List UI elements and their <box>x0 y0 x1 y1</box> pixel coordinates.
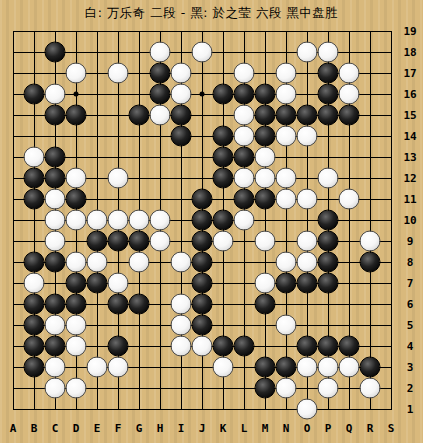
stone-white-F10 <box>108 210 129 231</box>
col-label-C: C <box>52 422 59 435</box>
stone-white-K3 <box>213 357 234 378</box>
stone-black-M3 <box>255 357 276 378</box>
stone-white-Q3 <box>339 357 360 378</box>
col-label-K: K <box>220 422 227 435</box>
stone-white-H18 <box>150 42 171 63</box>
stone-black-K14 <box>213 126 234 147</box>
stone-white-D12 <box>66 168 87 189</box>
row-label-2: 2 <box>407 382 414 395</box>
stone-black-E9 <box>87 231 108 252</box>
stone-white-H9 <box>150 231 171 252</box>
stone-white-B7 <box>24 273 45 294</box>
col-label-G: G <box>136 422 143 435</box>
row-label-13: 13 <box>403 151 416 164</box>
stone-black-B5 <box>24 315 45 336</box>
stone-white-P12 <box>318 168 339 189</box>
stone-black-K10 <box>213 210 234 231</box>
stone-white-R9 <box>360 231 381 252</box>
stone-black-C4 <box>45 336 66 357</box>
stone-black-R8 <box>360 252 381 273</box>
stone-black-M11 <box>255 189 276 210</box>
stone-white-I6 <box>171 294 192 315</box>
stone-white-D17 <box>66 63 87 84</box>
stone-white-I16 <box>171 84 192 105</box>
stone-white-Q16 <box>339 84 360 105</box>
stone-white-E8 <box>87 252 108 273</box>
stone-white-C2 <box>45 378 66 399</box>
col-label-E: E <box>94 422 101 435</box>
stone-white-H15 <box>150 105 171 126</box>
stone-black-D15 <box>66 105 87 126</box>
stone-white-L12 <box>234 168 255 189</box>
stone-white-J4 <box>192 336 213 357</box>
stone-black-B16 <box>24 84 45 105</box>
stone-black-N3 <box>276 357 297 378</box>
stone-black-E7 <box>87 273 108 294</box>
row-label-3: 3 <box>407 361 414 374</box>
stone-black-K12 <box>213 168 234 189</box>
stone-white-L15 <box>234 105 255 126</box>
stone-white-L17 <box>234 63 255 84</box>
stone-white-C3 <box>45 357 66 378</box>
game-info-title: 白: 万乐奇 二段 - 黑: 於之莹 六段 黑中盘胜 <box>0 3 423 23</box>
stone-black-C8 <box>45 252 66 273</box>
stone-black-L4 <box>234 336 255 357</box>
col-label-A: A <box>10 422 17 435</box>
stone-black-M6 <box>255 294 276 315</box>
stone-white-F17 <box>108 63 129 84</box>
stone-white-N17 <box>276 63 297 84</box>
stone-white-O9 <box>297 231 318 252</box>
stone-white-M13 <box>255 147 276 168</box>
stone-white-H10 <box>150 210 171 231</box>
stone-black-O15 <box>297 105 318 126</box>
row-label-17: 17 <box>403 67 416 80</box>
stone-black-P7 <box>318 273 339 294</box>
stone-white-N16 <box>276 84 297 105</box>
row-label-1: 1 <box>407 403 414 416</box>
col-label-B: B <box>31 422 38 435</box>
stone-white-M9 <box>255 231 276 252</box>
stone-black-B3 <box>24 357 45 378</box>
col-label-Q: Q <box>346 422 353 435</box>
stone-black-G9 <box>129 231 150 252</box>
row-label-7: 7 <box>407 277 414 290</box>
stone-white-N11 <box>276 189 297 210</box>
stone-black-B12 <box>24 168 45 189</box>
stone-black-C15 <box>45 105 66 126</box>
stone-black-M14 <box>255 126 276 147</box>
col-label-M: M <box>262 422 269 435</box>
stone-white-R2 <box>360 378 381 399</box>
stone-black-O7 <box>297 273 318 294</box>
stone-white-D10 <box>66 210 87 231</box>
stone-black-H17 <box>150 63 171 84</box>
col-label-H: H <box>157 422 164 435</box>
stone-black-H16 <box>150 84 171 105</box>
stone-white-D4 <box>66 336 87 357</box>
row-label-4: 4 <box>407 340 414 353</box>
stone-white-Q17 <box>339 63 360 84</box>
stone-black-B4 <box>24 336 45 357</box>
stone-black-P4 <box>318 336 339 357</box>
row-label-18: 18 <box>403 46 416 59</box>
stone-black-P9 <box>318 231 339 252</box>
stone-black-N15 <box>276 105 297 126</box>
stone-black-J9 <box>192 231 213 252</box>
stone-white-D8 <box>66 252 87 273</box>
stone-black-C13 <box>45 147 66 168</box>
col-label-O: O <box>304 422 311 435</box>
stone-white-E3 <box>87 357 108 378</box>
stone-white-I4 <box>171 336 192 357</box>
stone-black-L13 <box>234 147 255 168</box>
stone-white-B13 <box>24 147 45 168</box>
stone-white-C16 <box>45 84 66 105</box>
stone-black-Q4 <box>339 336 360 357</box>
stone-white-O18 <box>297 42 318 63</box>
stone-black-R3 <box>360 357 381 378</box>
stone-white-N2 <box>276 378 297 399</box>
stone-white-E10 <box>87 210 108 231</box>
stone-white-F12 <box>108 168 129 189</box>
stone-black-B6 <box>24 294 45 315</box>
stone-white-D2 <box>66 378 87 399</box>
row-label-9: 9 <box>407 235 414 248</box>
stone-white-P3 <box>318 357 339 378</box>
stone-black-C6 <box>45 294 66 315</box>
stone-black-K13 <box>213 147 234 168</box>
row-label-5: 5 <box>407 319 414 332</box>
stone-white-J18 <box>192 42 213 63</box>
stone-white-O14 <box>297 126 318 147</box>
stone-white-P18 <box>318 42 339 63</box>
stone-white-K9 <box>213 231 234 252</box>
col-label-F: F <box>115 422 122 435</box>
stone-black-I14 <box>171 126 192 147</box>
stone-white-M7 <box>255 273 276 294</box>
stone-white-M12 <box>255 168 276 189</box>
stone-white-N8 <box>276 252 297 273</box>
stone-black-P16 <box>318 84 339 105</box>
stone-black-D7 <box>66 273 87 294</box>
stone-black-G6 <box>129 294 150 315</box>
stone-black-F6 <box>108 294 129 315</box>
stone-white-C10 <box>45 210 66 231</box>
row-label-14: 14 <box>403 130 416 143</box>
row-label-6: 6 <box>407 298 414 311</box>
stone-black-M2 <box>255 378 276 399</box>
stone-black-O4 <box>297 336 318 357</box>
stone-white-C11 <box>45 189 66 210</box>
stone-black-Q15 <box>339 105 360 126</box>
stone-black-I15 <box>171 105 192 126</box>
stone-white-L10 <box>234 210 255 231</box>
stone-black-P15 <box>318 105 339 126</box>
stone-black-C18 <box>45 42 66 63</box>
stone-white-N14 <box>276 126 297 147</box>
go-game-viewer: { "game": "go", "header": { "title": "白:… <box>0 0 423 443</box>
stone-white-O3 <box>297 357 318 378</box>
stone-black-J8 <box>192 252 213 273</box>
stone-white-I8 <box>171 252 192 273</box>
stone-black-J5 <box>192 315 213 336</box>
stone-black-L11 <box>234 189 255 210</box>
col-label-L: L <box>241 422 248 435</box>
stone-white-P2 <box>318 378 339 399</box>
stone-black-J11 <box>192 189 213 210</box>
stone-black-P8 <box>318 252 339 273</box>
col-label-R: R <box>367 422 374 435</box>
stone-white-F7 <box>108 273 129 294</box>
stone-white-N12 <box>276 168 297 189</box>
stone-black-D11 <box>66 189 87 210</box>
row-label-16: 16 <box>403 88 416 101</box>
stone-white-F3 <box>108 357 129 378</box>
stone-white-O1 <box>297 399 318 420</box>
stone-black-D6 <box>66 294 87 315</box>
stone-white-I17 <box>171 63 192 84</box>
stone-white-N5 <box>276 315 297 336</box>
col-label-S: S <box>388 422 395 435</box>
stone-black-B8 <box>24 252 45 273</box>
stone-white-O8 <box>297 252 318 273</box>
col-label-P: P <box>325 422 332 435</box>
stone-black-K16 <box>213 84 234 105</box>
stone-white-C5 <box>45 315 66 336</box>
row-label-11: 11 <box>403 193 416 206</box>
stone-white-C9 <box>45 231 66 252</box>
stone-black-M15 <box>255 105 276 126</box>
stone-black-B11 <box>24 189 45 210</box>
stone-black-J7 <box>192 273 213 294</box>
stone-black-G15 <box>129 105 150 126</box>
stone-white-O11 <box>297 189 318 210</box>
stone-white-G10 <box>129 210 150 231</box>
col-label-I: I <box>178 422 185 435</box>
stone-black-M16 <box>255 84 276 105</box>
col-label-D: D <box>73 422 80 435</box>
stone-black-K4 <box>213 336 234 357</box>
stone-white-G8 <box>129 252 150 273</box>
stone-black-C12 <box>45 168 66 189</box>
row-label-15: 15 <box>403 109 416 122</box>
stone-black-F4 <box>108 336 129 357</box>
stone-white-L14 <box>234 126 255 147</box>
row-label-8: 8 <box>407 256 414 269</box>
stone-white-D5 <box>66 315 87 336</box>
col-label-J: J <box>199 422 206 435</box>
row-label-10: 10 <box>403 214 416 227</box>
hoshi-D16 <box>74 92 79 97</box>
stone-black-F9 <box>108 231 129 252</box>
stone-black-N7 <box>276 273 297 294</box>
hoshi-J16 <box>200 92 205 97</box>
stone-black-P17 <box>318 63 339 84</box>
row-label-12: 12 <box>403 172 416 185</box>
stone-white-Q11 <box>339 189 360 210</box>
stone-black-J6 <box>192 294 213 315</box>
row-label-19: 19 <box>403 25 416 38</box>
stone-white-I5 <box>171 315 192 336</box>
stone-black-L16 <box>234 84 255 105</box>
stone-black-P10 <box>318 210 339 231</box>
stone-black-J10 <box>192 210 213 231</box>
col-label-N: N <box>283 422 290 435</box>
